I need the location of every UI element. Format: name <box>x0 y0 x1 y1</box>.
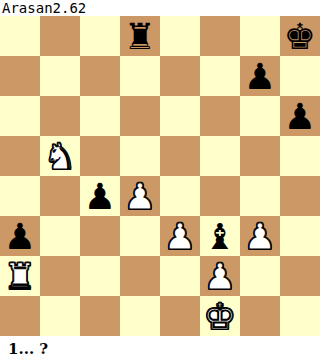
square-c2[interactable] <box>80 256 120 296</box>
piece-black-bishop: ♝ <box>200 216 240 256</box>
piece-white-rook: ♜ <box>0 256 40 296</box>
square-f1[interactable]: ♚ <box>200 296 240 336</box>
square-d7[interactable] <box>120 56 160 96</box>
square-c8[interactable] <box>80 16 120 56</box>
square-f3[interactable]: ♝ <box>200 216 240 256</box>
square-g3[interactable]: ♟ <box>240 216 280 256</box>
square-h6[interactable]: ♟ <box>280 96 320 136</box>
piece-black-pawn: ♟ <box>80 176 120 216</box>
square-a2[interactable]: ♜ <box>0 256 40 296</box>
square-e5[interactable] <box>160 136 200 176</box>
piece-white-pawn: ♟ <box>120 176 160 216</box>
square-d6[interactable] <box>120 96 160 136</box>
square-b4[interactable] <box>40 176 80 216</box>
square-e3[interactable]: ♟ <box>160 216 200 256</box>
square-h5[interactable] <box>280 136 320 176</box>
square-h2[interactable] <box>280 256 320 296</box>
square-e8[interactable] <box>160 16 200 56</box>
square-h8[interactable]: ♚ <box>280 16 320 56</box>
square-a6[interactable] <box>0 96 40 136</box>
square-f4[interactable] <box>200 176 240 216</box>
square-a7[interactable] <box>0 56 40 96</box>
square-e4[interactable] <box>160 176 200 216</box>
square-f6[interactable] <box>200 96 240 136</box>
piece-black-king: ♚ <box>280 16 320 56</box>
square-f2[interactable]: ♟ <box>200 256 240 296</box>
square-g1[interactable] <box>240 296 280 336</box>
square-f7[interactable] <box>200 56 240 96</box>
square-g8[interactable] <box>240 16 280 56</box>
square-b7[interactable] <box>40 56 80 96</box>
square-c1[interactable] <box>80 296 120 336</box>
square-d2[interactable] <box>120 256 160 296</box>
piece-black-pawn: ♟ <box>280 96 320 136</box>
piece-white-knight: ♞ <box>40 136 80 176</box>
square-h4[interactable] <box>280 176 320 216</box>
square-d1[interactable] <box>120 296 160 336</box>
square-b8[interactable] <box>40 16 80 56</box>
square-b5[interactable]: ♞ <box>40 136 80 176</box>
square-f8[interactable] <box>200 16 240 56</box>
square-h7[interactable] <box>280 56 320 96</box>
square-c4[interactable]: ♟ <box>80 176 120 216</box>
square-h1[interactable] <box>280 296 320 336</box>
square-g7[interactable]: ♟ <box>240 56 280 96</box>
square-g6[interactable] <box>240 96 280 136</box>
square-a1[interactable] <box>0 296 40 336</box>
square-a5[interactable] <box>0 136 40 176</box>
engine-title: Arasan2.62 <box>0 0 320 16</box>
square-b1[interactable] <box>40 296 80 336</box>
square-h3[interactable] <box>280 216 320 256</box>
square-e6[interactable] <box>160 96 200 136</box>
square-g5[interactable] <box>240 136 280 176</box>
piece-white-pawn: ♟ <box>160 216 200 256</box>
square-e1[interactable] <box>160 296 200 336</box>
piece-black-pawn: ♟ <box>240 56 280 96</box>
square-f5[interactable] <box>200 136 240 176</box>
square-d8[interactable]: ♜ <box>120 16 160 56</box>
square-b6[interactable] <box>40 96 80 136</box>
square-a3[interactable]: ♟ <box>0 216 40 256</box>
square-d4[interactable]: ♟ <box>120 176 160 216</box>
square-b2[interactable] <box>40 256 80 296</box>
square-c7[interactable] <box>80 56 120 96</box>
piece-white-pawn: ♟ <box>200 256 240 296</box>
square-a8[interactable] <box>0 16 40 56</box>
square-d5[interactable] <box>120 136 160 176</box>
move-prompt: 1... ? <box>0 336 320 360</box>
chess-board: ♜♚♟♟♞♟♟♟♟♝♟♜♟♚ <box>0 16 320 336</box>
piece-white-pawn: ♟ <box>240 216 280 256</box>
piece-black-pawn: ♟ <box>0 216 40 256</box>
square-b3[interactable] <box>40 216 80 256</box>
square-e7[interactable] <box>160 56 200 96</box>
square-c6[interactable] <box>80 96 120 136</box>
square-d3[interactable] <box>120 216 160 256</box>
square-a4[interactable] <box>0 176 40 216</box>
piece-white-king: ♚ <box>200 296 240 336</box>
square-g4[interactable] <box>240 176 280 216</box>
square-c5[interactable] <box>80 136 120 176</box>
square-c3[interactable] <box>80 216 120 256</box>
square-e2[interactable] <box>160 256 200 296</box>
piece-black-rook: ♜ <box>120 16 160 56</box>
chess-app-window: Arasan2.62 ♜♚♟♟♞♟♟♟♟♝♟♜♟♚ 1... ? <box>0 0 320 360</box>
square-g2[interactable] <box>240 256 280 296</box>
